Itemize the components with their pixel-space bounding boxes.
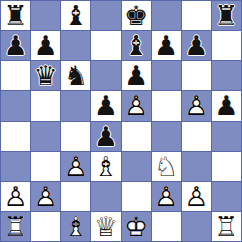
square-e6[interactable]: ♟ xyxy=(122,61,151,90)
piece-glyph-outline: ♙ xyxy=(31,182,60,211)
square-h2[interactable] xyxy=(212,182,241,211)
square-c3[interactable]: ♟♙ xyxy=(61,152,90,181)
square-c5[interactable] xyxy=(61,91,90,120)
piece-white-pawn[interactable]: ♟♙ xyxy=(182,91,211,120)
piece-glyph-outline: ♙ xyxy=(122,91,151,120)
square-c8[interactable]: ♝ xyxy=(61,1,90,30)
piece-black-rook[interactable]: ♜ xyxy=(1,1,30,30)
square-g1[interactable] xyxy=(182,212,211,241)
square-f4[interactable] xyxy=(152,122,181,151)
piece-white-pawn[interactable]: ♟♙ xyxy=(152,182,181,211)
piece-glyph-outline: ♖ xyxy=(212,212,241,241)
square-f8[interactable] xyxy=(152,1,181,30)
square-e4[interactable] xyxy=(122,122,151,151)
piece-black-pawn[interactable]: ♟ xyxy=(1,31,30,60)
piece-white-king[interactable]: ♚♔ xyxy=(122,212,151,241)
square-h8[interactable]: ♜ xyxy=(212,1,241,30)
square-b3[interactable] xyxy=(31,152,60,181)
square-e5[interactable]: ♟♙ xyxy=(122,91,151,120)
square-f3[interactable]: ♞♘ xyxy=(152,152,181,181)
chess-board: ♜♝♚♜♟♟♝♟♟♛♞♟♟♟♙♟♙♟♟♟♙♝♗♞♘♟♙♟♙♟♙♟♙♜♖♝♗♛♕♚… xyxy=(0,0,242,242)
square-f5[interactable] xyxy=(152,91,181,120)
square-f2[interactable]: ♟♙ xyxy=(152,182,181,211)
square-f6[interactable] xyxy=(152,61,181,90)
piece-glyph-outline: ♙ xyxy=(152,182,181,211)
square-b8[interactable] xyxy=(31,1,60,30)
piece-white-pawn[interactable]: ♟♙ xyxy=(1,182,30,211)
piece-white-pawn[interactable]: ♟♙ xyxy=(31,182,60,211)
square-d8[interactable] xyxy=(91,1,120,30)
square-g7[interactable]: ♟ xyxy=(182,31,211,60)
square-b5[interactable] xyxy=(31,91,60,120)
square-e2[interactable] xyxy=(122,182,151,211)
piece-white-pawn[interactable]: ♟♙ xyxy=(61,152,90,181)
square-a1[interactable]: ♜♖ xyxy=(1,212,30,241)
square-c2[interactable] xyxy=(61,182,90,211)
piece-glyph-outline: ♗ xyxy=(91,152,120,181)
piece-black-pawn[interactable]: ♟ xyxy=(122,61,151,90)
piece-black-pawn[interactable]: ♟ xyxy=(91,122,120,151)
square-g6[interactable] xyxy=(182,61,211,90)
square-e7[interactable]: ♝ xyxy=(122,31,151,60)
square-b1[interactable] xyxy=(31,212,60,241)
square-h4[interactable] xyxy=(212,122,241,151)
piece-black-bishop[interactable]: ♝ xyxy=(61,1,90,30)
square-a3[interactable] xyxy=(1,152,30,181)
square-b2[interactable]: ♟♙ xyxy=(31,182,60,211)
square-c4[interactable] xyxy=(61,122,90,151)
piece-black-rook[interactable]: ♜ xyxy=(212,1,241,30)
square-f7[interactable]: ♟ xyxy=(152,31,181,60)
square-a5[interactable] xyxy=(1,91,30,120)
piece-black-pawn[interactable]: ♟ xyxy=(182,31,211,60)
piece-glyph-outline: ♙ xyxy=(61,152,90,181)
square-h3[interactable] xyxy=(212,152,241,181)
piece-black-pawn[interactable]: ♟ xyxy=(31,31,60,60)
piece-glyph-outline: ♙ xyxy=(182,182,211,211)
square-a6[interactable] xyxy=(1,61,30,90)
square-h7[interactable] xyxy=(212,31,241,60)
square-h5[interactable]: ♟ xyxy=(212,91,241,120)
square-e3[interactable] xyxy=(122,152,151,181)
piece-black-pawn[interactable]: ♟ xyxy=(212,91,241,120)
square-g5[interactable]: ♟♙ xyxy=(182,91,211,120)
piece-white-pawn[interactable]: ♟♙ xyxy=(182,182,211,211)
square-a7[interactable]: ♟ xyxy=(1,31,30,60)
square-c1[interactable]: ♝♗ xyxy=(61,212,90,241)
piece-glyph-outline: ♔ xyxy=(122,212,151,241)
piece-black-king[interactable]: ♚ xyxy=(122,1,151,30)
square-d5[interactable]: ♟ xyxy=(91,91,120,120)
piece-white-queen[interactable]: ♛♕ xyxy=(91,212,120,241)
square-a8[interactable]: ♜ xyxy=(1,1,30,30)
square-g2[interactable]: ♟♙ xyxy=(182,182,211,211)
square-e1[interactable]: ♚♔ xyxy=(122,212,151,241)
square-b7[interactable]: ♟ xyxy=(31,31,60,60)
square-g3[interactable] xyxy=(182,152,211,181)
piece-glyph-outline: ♗ xyxy=(61,212,90,241)
piece-white-pawn[interactable]: ♟♙ xyxy=(122,91,151,120)
piece-white-rook[interactable]: ♜♖ xyxy=(212,212,241,241)
piece-white-rook[interactable]: ♜♖ xyxy=(1,212,30,241)
piece-black-bishop[interactable]: ♝ xyxy=(122,31,151,60)
square-h1[interactable]: ♜♖ xyxy=(212,212,241,241)
square-f1[interactable] xyxy=(152,212,181,241)
square-b4[interactable] xyxy=(31,122,60,151)
square-d3[interactable]: ♝♗ xyxy=(91,152,120,181)
piece-white-knight[interactable]: ♞♘ xyxy=(152,152,181,181)
square-g4[interactable] xyxy=(182,122,211,151)
square-c6[interactable]: ♞ xyxy=(61,61,90,90)
piece-black-pawn[interactable]: ♟ xyxy=(152,31,181,60)
square-d7[interactable] xyxy=(91,31,120,60)
square-d2[interactable] xyxy=(91,182,120,211)
piece-black-queen[interactable]: ♛ xyxy=(31,61,60,90)
square-h6[interactable] xyxy=(212,61,241,90)
piece-glyph-outline: ♘ xyxy=(152,152,181,181)
square-a2[interactable]: ♟♙ xyxy=(1,182,30,211)
square-e8[interactable]: ♚ xyxy=(122,1,151,30)
square-c7[interactable] xyxy=(61,31,90,60)
square-d4[interactable]: ♟ xyxy=(91,122,120,151)
piece-glyph-outline: ♖ xyxy=(1,212,30,241)
square-a4[interactable] xyxy=(1,122,30,151)
piece-glyph-outline: ♕ xyxy=(91,212,120,241)
piece-glyph-outline: ♙ xyxy=(182,91,211,120)
piece-white-bishop[interactable]: ♝♗ xyxy=(61,212,90,241)
piece-white-bishop[interactable]: ♝♗ xyxy=(91,152,120,181)
square-g8[interactable] xyxy=(182,1,211,30)
piece-black-pawn[interactable]: ♟ xyxy=(91,91,120,120)
square-d6[interactable] xyxy=(91,61,120,90)
square-d1[interactable]: ♛♕ xyxy=(91,212,120,241)
piece-glyph-outline: ♙ xyxy=(1,182,30,211)
piece-black-knight[interactable]: ♞ xyxy=(61,61,90,90)
square-b6[interactable]: ♛ xyxy=(31,61,60,90)
